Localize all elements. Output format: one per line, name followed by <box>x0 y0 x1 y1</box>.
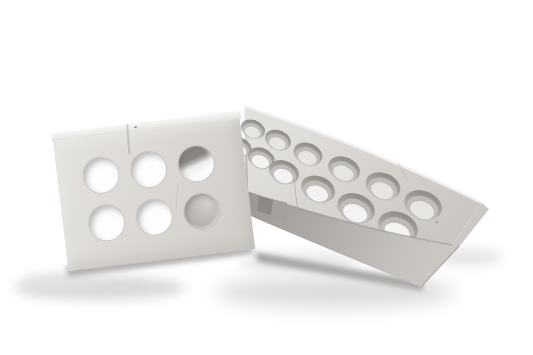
hole-r2c3[interactable] <box>182 192 221 231</box>
marble-speck <box>134 126 137 128</box>
hole-r1c3[interactable] <box>177 144 216 183</box>
marble-vein <box>126 124 130 154</box>
marble-vein <box>175 185 178 209</box>
hole-r1c2[interactable] <box>129 150 168 189</box>
photo-scene <box>0 0 533 355</box>
hole-r2c1[interactable] <box>87 203 126 242</box>
hole-r1c1[interactable] <box>81 156 120 195</box>
small-board <box>53 119 255 271</box>
front-edge-notch-light-half <box>271 200 287 220</box>
marble-speck <box>436 221 439 224</box>
hole-r2c2[interactable] <box>135 198 174 237</box>
